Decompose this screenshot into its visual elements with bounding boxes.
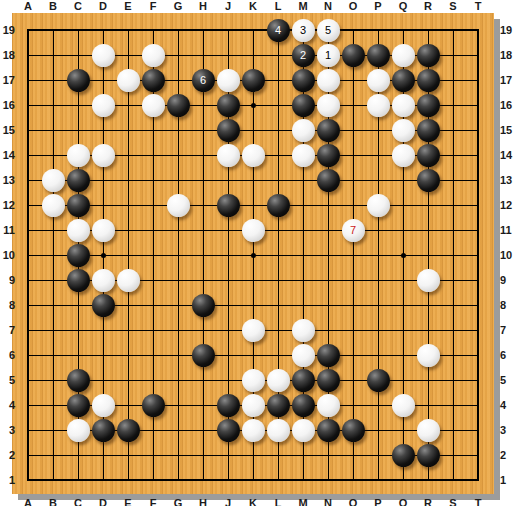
move-number-3: 3 [292,19,315,42]
stone-white-N4[interactable] [317,394,340,417]
row-label-left-10: 10 [0,248,15,262]
stone-black-E3[interactable] [117,419,140,442]
stone-black-N13[interactable] [317,169,340,192]
star-point-Q10 [401,253,406,258]
row-label-right-1: 1 [500,473,515,487]
col-label-bottom-G: G [168,497,188,506]
stone-white-R9[interactable] [417,269,440,292]
row-label-right-10: 10 [500,248,515,262]
col-label-bottom-L: L [268,497,288,506]
stone-white-F16[interactable] [142,94,165,117]
stone-black-Q2[interactable] [392,444,415,467]
stone-black-R16[interactable] [417,94,440,117]
stone-black-M18[interactable]: 2 [292,44,315,67]
move-number-1: 1 [317,44,340,67]
stone-black-J16[interactable] [217,94,240,117]
col-label-top-C: C [68,0,88,13]
col-label-bottom-K: K [243,497,263,506]
stone-black-C13[interactable] [67,169,90,192]
stone-black-L19[interactable]: 4 [267,19,290,42]
stone-black-N5[interactable] [317,369,340,392]
col-label-bottom-M: M [293,497,313,506]
col-label-top-G: G [168,0,188,13]
stone-white-C11[interactable] [67,219,90,242]
grid-line-horizontal [28,355,478,356]
col-label-top-J: J [218,0,238,13]
stone-black-C4[interactable] [67,394,90,417]
stone-black-R2[interactable] [417,444,440,467]
col-label-bottom-H: H [193,497,213,506]
row-label-left-15: 15 [0,123,15,137]
row-label-right-7: 7 [500,323,515,337]
stone-black-D8[interactable] [92,294,115,317]
stone-black-O18[interactable] [342,44,365,67]
col-label-top-N: N [318,0,338,13]
stone-white-M6[interactable] [292,344,315,367]
row-label-left-12: 12 [0,198,15,212]
move-number-7: 7 [342,219,365,242]
col-label-bottom-J: J [218,497,238,506]
stone-black-H6[interactable] [192,344,215,367]
stone-white-E9[interactable] [117,269,140,292]
col-label-bottom-Q: Q [393,497,413,506]
col-label-top-F: F [143,0,163,13]
stone-white-D14[interactable] [92,144,115,167]
row-label-left-13: 13 [0,173,15,187]
stone-black-J4[interactable] [217,394,240,417]
stone-black-C9[interactable] [67,269,90,292]
stone-black-N14[interactable] [317,144,340,167]
stone-white-P12[interactable] [367,194,390,217]
row-label-left-3: 3 [0,423,15,437]
stone-white-E17[interactable] [117,69,140,92]
col-label-top-H: H [193,0,213,13]
stone-white-K3[interactable] [242,419,265,442]
stone-black-Q17[interactable] [392,69,415,92]
stone-white-K14[interactable] [242,144,265,167]
col-label-top-K: K [243,0,263,13]
go-game-diagram: 4352167 AABBCCDDEEFFGGHHJJKKLLMMNNOOPPQQ… [0,0,515,506]
col-label-bottom-N: N [318,497,338,506]
stone-white-D11[interactable] [92,219,115,242]
go-board[interactable]: 4352167 [12,13,494,494]
row-label-right-5: 5 [500,373,515,387]
row-label-right-17: 17 [500,73,515,87]
col-label-bottom-B: B [43,497,63,506]
row-label-right-18: 18 [500,48,515,62]
stone-white-R3[interactable] [417,419,440,442]
stone-white-P17[interactable] [367,69,390,92]
stone-black-R17[interactable] [417,69,440,92]
stone-white-F18[interactable] [142,44,165,67]
row-label-left-9: 9 [0,273,15,287]
stone-black-P18[interactable] [367,44,390,67]
stone-black-N3[interactable] [317,419,340,442]
stone-black-R18[interactable] [417,44,440,67]
stone-black-F17[interactable] [142,69,165,92]
stone-black-L4[interactable] [267,394,290,417]
stone-white-J14[interactable] [217,144,240,167]
stone-black-D3[interactable] [92,419,115,442]
stone-black-J15[interactable] [217,119,240,142]
move-number-6: 6 [192,69,215,92]
stone-white-Q4[interactable] [392,394,415,417]
col-label-bottom-F: F [143,497,163,506]
stone-black-H8[interactable] [192,294,215,317]
star-point-K10 [251,253,256,258]
stone-black-N15[interactable] [317,119,340,142]
col-label-bottom-A: A [18,497,38,506]
stone-white-K11[interactable] [242,219,265,242]
stone-white-Q14[interactable] [392,144,415,167]
row-label-left-17: 17 [0,73,15,87]
stone-white-C14[interactable] [67,144,90,167]
grid-line-vertical [453,30,454,480]
stone-white-N16[interactable] [317,94,340,117]
stone-black-K17[interactable] [242,69,265,92]
col-label-top-S: S [443,0,463,13]
stone-white-G12[interactable] [167,194,190,217]
stone-white-B12[interactable] [42,194,65,217]
stone-black-H17[interactable]: 6 [192,69,215,92]
stone-white-Q16[interactable] [392,94,415,117]
stone-white-M14[interactable] [292,144,315,167]
stone-white-N19[interactable]: 5 [317,19,340,42]
col-label-top-M: M [293,0,313,13]
stone-white-N17[interactable] [317,69,340,92]
row-label-right-12: 12 [500,198,515,212]
col-label-top-L: L [268,0,288,13]
stone-white-K7[interactable] [242,319,265,342]
stone-white-K5[interactable] [242,369,265,392]
stone-black-R14[interactable] [417,144,440,167]
row-label-right-14: 14 [500,148,515,162]
stone-black-M4[interactable] [292,394,315,417]
stone-black-C12[interactable] [67,194,90,217]
col-label-top-A: A [18,0,38,13]
col-label-bottom-D: D [93,497,113,506]
stone-black-M17[interactable] [292,69,315,92]
stone-white-P16[interactable] [367,94,390,117]
stone-white-D9[interactable] [92,269,115,292]
stone-white-D18[interactable] [92,44,115,67]
row-label-left-1: 1 [0,473,15,487]
stone-black-F4[interactable] [142,394,165,417]
row-label-right-3: 3 [500,423,515,437]
col-label-top-E: E [118,0,138,13]
stone-black-M5[interactable] [292,369,315,392]
row-label-left-16: 16 [0,98,15,112]
col-label-top-T: T [468,0,488,13]
row-label-left-2: 2 [0,448,15,462]
row-label-left-6: 6 [0,348,15,362]
stone-black-O3[interactable] [342,419,365,442]
row-label-right-6: 6 [500,348,515,362]
row-label-right-9: 9 [500,273,515,287]
row-label-left-7: 7 [0,323,15,337]
stone-black-R13[interactable] [417,169,440,192]
star-point-D10 [101,253,106,258]
stone-white-L3[interactable] [267,419,290,442]
row-label-right-4: 4 [500,398,515,412]
stone-black-C10[interactable] [67,244,90,267]
col-label-bottom-P: P [368,497,388,506]
grid-line-vertical [353,30,354,480]
stone-white-B13[interactable] [42,169,65,192]
col-label-top-O: O [343,0,363,13]
stone-white-O11[interactable]: 7 [342,219,365,242]
stone-black-M16[interactable] [292,94,315,117]
col-label-top-D: D [93,0,113,13]
row-label-right-16: 16 [500,98,515,112]
col-label-top-Q: Q [393,0,413,13]
stone-white-Q15[interactable] [392,119,415,142]
stone-white-C3[interactable] [67,419,90,442]
stone-black-J3[interactable] [217,419,240,442]
stone-black-C17[interactable] [67,69,90,92]
stone-black-P5[interactable] [367,369,390,392]
col-label-top-P: P [368,0,388,13]
row-label-left-18: 18 [0,48,15,62]
row-label-left-11: 11 [0,223,15,237]
col-label-bottom-R: R [418,497,438,506]
row-label-right-15: 15 [500,123,515,137]
stone-white-N18[interactable]: 1 [317,44,340,67]
col-label-top-R: R [418,0,438,13]
col-label-bottom-C: C [68,497,88,506]
stone-black-C5[interactable] [67,369,90,392]
stone-black-N6[interactable] [317,344,340,367]
move-number-2: 2 [292,44,315,67]
row-label-left-19: 19 [0,23,15,37]
row-label-left-4: 4 [0,398,15,412]
row-label-right-13: 13 [500,173,515,187]
stone-white-R6[interactable] [417,344,440,367]
stone-white-M19[interactable]: 3 [292,19,315,42]
row-label-right-11: 11 [500,223,515,237]
row-label-left-14: 14 [0,148,15,162]
row-label-right-19: 19 [500,23,515,37]
row-label-right-8: 8 [500,298,515,312]
stone-black-G16[interactable] [167,94,190,117]
move-number-5: 5 [317,19,340,42]
col-label-bottom-S: S [443,497,463,506]
stone-white-D16[interactable] [92,94,115,117]
stone-black-L12[interactable] [267,194,290,217]
row-label-right-2: 2 [500,448,515,462]
stone-white-Q18[interactable] [392,44,415,67]
col-label-bottom-E: E [118,497,138,506]
col-label-bottom-T: T [468,497,488,506]
stone-white-L5[interactable] [267,369,290,392]
stone-black-R15[interactable] [417,119,440,142]
col-label-top-B: B [43,0,63,13]
move-number-4: 4 [267,19,290,42]
stone-white-D4[interactable] [92,394,115,417]
stone-white-M7[interactable] [292,319,315,342]
stone-white-M15[interactable] [292,119,315,142]
stone-white-K4[interactable] [242,394,265,417]
col-label-bottom-O: O [343,497,363,506]
row-label-left-5: 5 [0,373,15,387]
star-point-K16 [251,103,256,108]
stone-white-M3[interactable] [292,419,315,442]
stone-black-J12[interactable] [217,194,240,217]
row-label-left-8: 8 [0,298,15,312]
stone-white-J17[interactable] [217,69,240,92]
